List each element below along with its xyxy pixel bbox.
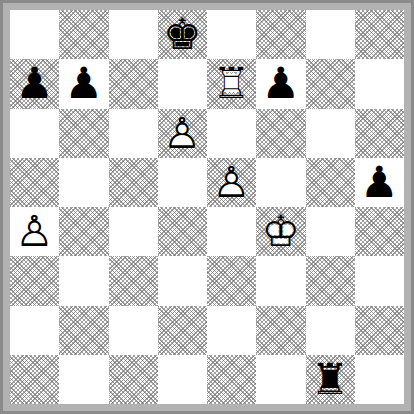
piece-black-pawn[interactable]: ♟ xyxy=(256,59,305,108)
piece-white-pawn[interactable]: ♟♙ xyxy=(158,109,207,158)
square-b1[interactable] xyxy=(59,355,108,404)
square-d4[interactable] xyxy=(158,207,207,256)
square-d2[interactable] xyxy=(158,306,207,355)
square-e6[interactable] xyxy=(207,109,256,158)
piece-white-pawn[interactable]: ♟♙ xyxy=(10,207,59,256)
square-h2[interactable] xyxy=(355,306,404,355)
square-d1[interactable] xyxy=(158,355,207,404)
square-e3[interactable] xyxy=(207,256,256,305)
square-c8[interactable] xyxy=(109,10,158,59)
square-g8[interactable] xyxy=(306,10,355,59)
square-g1[interactable]: ♜ xyxy=(306,355,355,404)
square-d6[interactable]: ♟♙ xyxy=(158,109,207,158)
square-h8[interactable] xyxy=(355,10,404,59)
square-h6[interactable] xyxy=(355,109,404,158)
square-h3[interactable] xyxy=(355,256,404,305)
square-c4[interactable] xyxy=(109,207,158,256)
square-d8[interactable]: ♚ xyxy=(158,10,207,59)
white-piece-outline: ♙ xyxy=(207,158,256,207)
square-a4[interactable]: ♟♙ xyxy=(10,207,59,256)
square-d3[interactable] xyxy=(158,256,207,305)
square-g6[interactable] xyxy=(306,109,355,158)
piece-black-pawn[interactable]: ♟ xyxy=(355,158,404,207)
square-d5[interactable] xyxy=(158,158,207,207)
square-e5[interactable]: ♟♙ xyxy=(207,158,256,207)
piece-black-pawn[interactable]: ♟ xyxy=(59,59,108,108)
square-a7[interactable]: ♟ xyxy=(10,59,59,108)
square-e8[interactable] xyxy=(207,10,256,59)
square-e4[interactable] xyxy=(207,207,256,256)
square-c3[interactable] xyxy=(109,256,158,305)
square-c5[interactable] xyxy=(109,158,158,207)
white-piece-outline: ♔ xyxy=(256,207,305,256)
square-f1[interactable] xyxy=(256,355,305,404)
piece-black-rook[interactable]: ♜ xyxy=(306,355,355,404)
square-f5[interactable] xyxy=(256,158,305,207)
chess-board: ♚♟♟♜♖♟♟♙♟♙♟♟♙♚♔♜ xyxy=(10,10,404,404)
square-b5[interactable] xyxy=(59,158,108,207)
white-piece-outline: ♖ xyxy=(207,59,256,108)
square-a6[interactable] xyxy=(10,109,59,158)
piece-black-king[interactable]: ♚ xyxy=(158,10,207,59)
piece-black-pawn[interactable]: ♟ xyxy=(10,59,59,108)
square-a2[interactable] xyxy=(10,306,59,355)
piece-white-pawn[interactable]: ♟♙ xyxy=(207,158,256,207)
square-f3[interactable] xyxy=(256,256,305,305)
square-a8[interactable] xyxy=(10,10,59,59)
board-frame: ♚♟♟♜♖♟♟♙♟♙♟♟♙♚♔♜ xyxy=(0,0,414,414)
square-c6[interactable] xyxy=(109,109,158,158)
square-f6[interactable] xyxy=(256,109,305,158)
white-piece-outline: ♙ xyxy=(10,207,59,256)
square-f4[interactable]: ♚♔ xyxy=(256,207,305,256)
square-f8[interactable] xyxy=(256,10,305,59)
square-h5[interactable]: ♟ xyxy=(355,158,404,207)
square-b6[interactable] xyxy=(59,109,108,158)
square-g3[interactable] xyxy=(306,256,355,305)
square-e7[interactable]: ♜♖ xyxy=(207,59,256,108)
square-c7[interactable] xyxy=(109,59,158,108)
piece-white-king[interactable]: ♚♔ xyxy=(256,207,305,256)
square-g2[interactable] xyxy=(306,306,355,355)
square-h4[interactable] xyxy=(355,207,404,256)
square-g7[interactable] xyxy=(306,59,355,108)
square-b7[interactable]: ♟ xyxy=(59,59,108,108)
square-b4[interactable] xyxy=(59,207,108,256)
square-h7[interactable] xyxy=(355,59,404,108)
white-piece-outline: ♙ xyxy=(158,109,207,158)
square-a3[interactable] xyxy=(10,256,59,305)
square-g4[interactable] xyxy=(306,207,355,256)
square-b3[interactable] xyxy=(59,256,108,305)
square-e2[interactable] xyxy=(207,306,256,355)
square-c1[interactable] xyxy=(109,355,158,404)
piece-white-rook[interactable]: ♜♖ xyxy=(207,59,256,108)
square-b2[interactable] xyxy=(59,306,108,355)
square-b8[interactable] xyxy=(59,10,108,59)
square-e1[interactable] xyxy=(207,355,256,404)
square-c2[interactable] xyxy=(109,306,158,355)
square-f7[interactable]: ♟ xyxy=(256,59,305,108)
square-a1[interactable] xyxy=(10,355,59,404)
square-a5[interactable] xyxy=(10,158,59,207)
square-f2[interactable] xyxy=(256,306,305,355)
square-h1[interactable] xyxy=(355,355,404,404)
square-g5[interactable] xyxy=(306,158,355,207)
square-d7[interactable] xyxy=(158,59,207,108)
